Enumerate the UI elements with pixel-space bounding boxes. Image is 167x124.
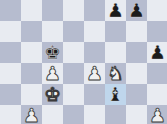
square-f2[interactable] bbox=[105, 105, 126, 124]
square-f4[interactable]: ♞ bbox=[105, 63, 126, 84]
square-g6[interactable] bbox=[126, 21, 147, 42]
black-bishop-piece[interactable]: ♝ bbox=[107, 84, 124, 105]
square-h7[interactable] bbox=[147, 0, 167, 21]
square-c6[interactable] bbox=[42, 21, 63, 42]
square-e7[interactable] bbox=[84, 0, 105, 21]
square-d3[interactable] bbox=[63, 84, 84, 105]
square-a7[interactable] bbox=[0, 0, 21, 21]
square-h6[interactable] bbox=[147, 21, 167, 42]
black-pawn-piece[interactable]: ♟ bbox=[107, 0, 124, 21]
square-f3[interactable]: ♝ bbox=[105, 84, 126, 105]
square-e4[interactable]: ♟ bbox=[84, 63, 105, 84]
black-pawn-piece[interactable]: ♟ bbox=[128, 0, 145, 21]
square-c5[interactable]: ♚ bbox=[42, 42, 63, 63]
square-a6[interactable] bbox=[0, 21, 21, 42]
square-c4[interactable]: ♟ bbox=[42, 63, 63, 84]
square-g5[interactable] bbox=[126, 42, 147, 63]
square-d7[interactable] bbox=[63, 0, 84, 21]
square-b5[interactable] bbox=[21, 42, 42, 63]
white-pawn-piece[interactable]: ♟ bbox=[44, 63, 61, 84]
square-b3[interactable] bbox=[21, 84, 42, 105]
square-h5[interactable]: ♟ bbox=[147, 42, 167, 63]
black-king-piece[interactable]: ♚ bbox=[44, 42, 61, 63]
square-c3[interactable]: ♚ bbox=[42, 84, 63, 105]
square-h2[interactable]: ♟ bbox=[147, 105, 167, 124]
black-pawn-piece[interactable]: ♟ bbox=[149, 42, 166, 63]
square-d2[interactable] bbox=[63, 105, 84, 124]
square-d6[interactable] bbox=[63, 21, 84, 42]
square-e3[interactable] bbox=[84, 84, 105, 105]
square-h3[interactable] bbox=[147, 84, 167, 105]
chess-app-board-crop: ♟♟♚♟♟♟♞♚♝♟♟ bbox=[0, 0, 167, 124]
square-c7[interactable] bbox=[42, 0, 63, 21]
square-e5[interactable] bbox=[84, 42, 105, 63]
square-c2[interactable] bbox=[42, 105, 63, 124]
square-g2[interactable] bbox=[126, 105, 147, 124]
white-knight-piece[interactable]: ♞ bbox=[107, 63, 124, 84]
square-a2[interactable] bbox=[0, 105, 21, 124]
square-f6[interactable] bbox=[105, 21, 126, 42]
white-pawn-piece[interactable]: ♟ bbox=[149, 105, 166, 124]
square-a3[interactable] bbox=[0, 84, 21, 105]
square-a5[interactable] bbox=[0, 42, 21, 63]
square-f5[interactable] bbox=[105, 42, 126, 63]
square-e2[interactable] bbox=[84, 105, 105, 124]
square-e6[interactable] bbox=[84, 21, 105, 42]
square-g4[interactable] bbox=[126, 63, 147, 84]
square-h4[interactable] bbox=[147, 63, 167, 84]
square-a4[interactable] bbox=[0, 63, 21, 84]
square-d4[interactable] bbox=[63, 63, 84, 84]
square-d5[interactable] bbox=[63, 42, 84, 63]
white-pawn-piece[interactable]: ♟ bbox=[23, 105, 40, 124]
square-b7[interactable] bbox=[21, 0, 42, 21]
square-g7[interactable]: ♟ bbox=[126, 0, 147, 21]
square-f7[interactable]: ♟ bbox=[105, 0, 126, 21]
square-g3[interactable] bbox=[126, 84, 147, 105]
square-b4[interactable] bbox=[21, 63, 42, 84]
white-king-piece[interactable]: ♚ bbox=[44, 84, 61, 105]
square-b2[interactable]: ♟ bbox=[21, 105, 42, 124]
white-pawn-piece[interactable]: ♟ bbox=[86, 63, 103, 84]
chess-board: ♟♟♚♟♟♟♞♚♝♟♟ bbox=[0, 0, 167, 124]
square-b6[interactable] bbox=[21, 21, 42, 42]
